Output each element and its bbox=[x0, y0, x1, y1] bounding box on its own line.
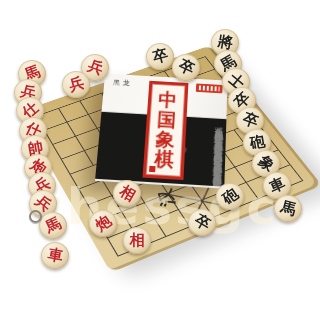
piece-red-cannon: 炮 bbox=[89, 210, 117, 237]
piece-red-horse: 馬 bbox=[39, 212, 67, 239]
metal-ring bbox=[29, 210, 42, 223]
piece-character: 馬 bbox=[279, 199, 297, 217]
piece-character: 卒 bbox=[151, 47, 169, 65]
piece-character: 象 bbox=[256, 153, 277, 174]
piece-red-elephant: 相 bbox=[113, 180, 141, 207]
piece-character: 兵 bbox=[67, 75, 85, 93]
piece-black-cannon: 砲 bbox=[216, 183, 244, 210]
piece-character: 炮 bbox=[93, 213, 114, 234]
product-photo: 汉 chessgc 黑龙 將士象車馬炮卒帥仕相兵將士象車馬炮卒帥仕相兵將士象車馬… bbox=[0, 0, 320, 320]
piece-character: 相 bbox=[130, 233, 145, 248]
piece-character: 砲 bbox=[248, 134, 265, 151]
piece-character: 將 bbox=[216, 34, 233, 51]
piece-character: 卒 bbox=[192, 212, 212, 232]
piece-character: 卒 bbox=[176, 58, 196, 78]
piece-red-chariot: 車 bbox=[41, 242, 69, 269]
piece-red-soldier: 兵 bbox=[62, 71, 90, 98]
piece-character: 卒 bbox=[240, 111, 259, 130]
piece-character: 車 bbox=[267, 176, 287, 196]
piece-character: 相 bbox=[117, 183, 137, 203]
piece-character: 車 bbox=[46, 247, 63, 264]
piece-black-horse: 馬 bbox=[274, 195, 302, 222]
piece-black-soldier: 卒 bbox=[188, 209, 216, 236]
pieces-layer: 卒卒將馬士卒卒砲象車馬砲卒馬兵仕仕帥炮兵兵兵兵馬車炮相相 bbox=[0, 0, 320, 320]
piece-character: 兵 bbox=[85, 58, 104, 77]
piece-character: 馬 bbox=[43, 216, 63, 236]
piece-red-elephant: 相 bbox=[123, 227, 151, 254]
piece-character: 砲 bbox=[220, 186, 241, 207]
piece-black-soldier: 卒 bbox=[146, 43, 174, 70]
piece-black-soldier: 卒 bbox=[172, 54, 200, 81]
